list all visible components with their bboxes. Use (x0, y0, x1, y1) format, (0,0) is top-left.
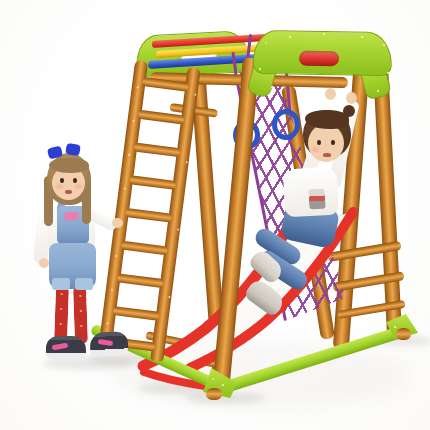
girl-eye (73, 178, 77, 183)
girl-eye (60, 178, 64, 183)
girl-cheek (75, 184, 82, 189)
wood-foot (206, 388, 222, 400)
wood-foot (396, 328, 411, 340)
ladder-rung (113, 306, 160, 321)
child-shirt-print (308, 188, 325, 209)
child-eye (317, 140, 321, 145)
ladder-rung (134, 142, 181, 157)
ladder-rung (142, 77, 189, 92)
girl-cheek (56, 184, 63, 189)
child-bangs (305, 110, 349, 129)
ladder-rung (138, 110, 185, 125)
child-hand (346, 92, 357, 104)
child-cheek (312, 147, 319, 152)
ladder-rung (117, 273, 164, 288)
product-photo-scene (0, 0, 430, 430)
panel-screws (265, 42, 267, 44)
child-mouth (323, 153, 331, 157)
ladder-rung (125, 208, 172, 223)
girl-hand (112, 218, 123, 228)
girl-hand (39, 258, 49, 268)
plate-screws (212, 378, 214, 380)
girl-mouth (65, 190, 72, 194)
child-eye (331, 140, 335, 145)
ladder-rung (129, 175, 176, 190)
ladder-rung (121, 241, 168, 256)
girl-hair-bow (65, 143, 81, 156)
girl-shorts-cuff (75, 278, 93, 290)
girl-shorts-cuff (52, 278, 70, 290)
child-hand (325, 88, 336, 100)
girl-bangs (49, 158, 89, 173)
top-panel-right-handle-cutout (299, 51, 339, 67)
